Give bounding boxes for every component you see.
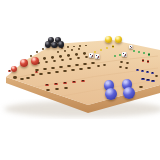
board-hole [46,89,49,91]
board-hole [79,68,82,70]
die[interactable] [95,54,100,59]
board-hole [31,74,34,76]
board-hole [79,45,81,47]
board-hole [39,73,42,75]
painted-hole-red [142,59,145,61]
board-hole [53,60,56,62]
painted-hole-red [8,70,11,72]
painted-hole-red [45,84,48,87]
board-hole [67,46,69,48]
board-hole [103,64,106,66]
board-hole [69,58,72,60]
marble-black[interactable] [51,42,58,49]
painted-hole-red [72,81,75,84]
painted-hole-red [63,82,66,85]
painted-hole-red [81,80,84,83]
die[interactable] [122,52,127,57]
painted-hole-green [148,53,151,55]
board-hole [83,52,86,54]
board-hole [91,62,94,64]
painted-hole-navy [146,79,149,81]
board-hole [61,59,64,61]
board-hole [77,57,80,59]
board-hole [51,56,54,58]
board-hole [26,77,29,79]
painted-hole-red [147,60,150,62]
board-hole [120,61,123,63]
marble-red[interactable] [20,59,28,67]
board-hole [75,53,78,55]
board-hole [51,67,54,69]
board-hole [67,65,70,67]
painted-hole-navy [141,78,144,80]
painted-hole-navy [146,71,149,73]
board-hole [43,57,46,59]
board-hole [55,71,58,73]
board-hole [20,78,23,80]
board-hole [97,65,100,67]
marble-yellow[interactable] [115,36,122,43]
marble-blue[interactable] [123,87,135,99]
board-hole [125,67,128,69]
board-hole [35,69,38,71]
marble-black[interactable] [58,41,65,48]
board-hole [67,54,70,56]
die[interactable] [89,53,94,58]
painted-hole-yellow [112,45,115,47]
board-hole [71,69,74,71]
board-hole [64,87,67,89]
painted-hole-navy [151,72,154,74]
painted-hole-navy [136,69,139,71]
board-hole [47,72,50,74]
painted-hole-red [54,83,57,86]
marble-yellow[interactable] [105,36,112,43]
board-stage [0,0,160,160]
board-hole [83,63,86,65]
board-hole [139,86,142,88]
board-hole [126,62,129,64]
board-hole [85,56,88,58]
board-hole [87,67,90,69]
board-hole [59,66,62,68]
painted-hole-navy [141,70,144,72]
board-hole [43,68,46,70]
painted-hole-red [35,71,38,73]
board-graphic [0,0,160,160]
board-hole [45,61,48,63]
board-hole [63,70,66,72]
die[interactable] [129,45,133,49]
board-hole [155,75,158,77]
board-hole [59,55,62,57]
board-hole [119,66,122,68]
board-hole [13,76,16,78]
marble-blue[interactable] [105,88,117,100]
board-hole [75,64,78,66]
painted-hole-navy [151,80,154,82]
board-hole [55,88,58,90]
